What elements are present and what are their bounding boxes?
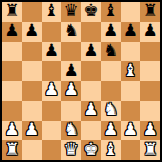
square-g3[interactable] [121, 101, 141, 121]
piece-black-bishop: ♝ [44, 2, 59, 19]
square-b5[interactable] [22, 61, 42, 81]
square-f5[interactable] [101, 61, 121, 81]
square-h7[interactable]: ♟ [140, 22, 160, 42]
piece-black-pawn: ♟ [64, 62, 79, 79]
square-c7[interactable] [42, 22, 62, 42]
piece-black-pawn: ♟ [103, 22, 118, 39]
square-c4[interactable]: ♟ [42, 81, 62, 101]
piece-white-knight: ♞ [103, 101, 118, 118]
piece-white-pawn: ♟ [83, 101, 98, 118]
piece-black-pawn: ♟ [24, 22, 39, 39]
square-f8[interactable]: ♝ [101, 2, 121, 22]
piece-white-queen: ♛ [64, 141, 79, 158]
piece-black-knight: ♞ [103, 42, 118, 59]
square-h1[interactable]: ♜ [140, 140, 160, 160]
piece-white-pawn: ♟ [123, 121, 138, 138]
square-e4[interactable] [81, 81, 101, 101]
square-d8[interactable]: ♛ [61, 2, 81, 22]
piece-white-pawn: ♟ [44, 81, 59, 98]
square-d3[interactable] [61, 101, 81, 121]
piece-black-pawn: ♟ [4, 22, 19, 39]
square-a5[interactable] [2, 61, 22, 81]
square-e6[interactable]: ♟ [81, 42, 101, 62]
piece-black-king: ♚ [83, 2, 98, 19]
square-g8[interactable] [121, 2, 141, 22]
piece-white-pawn: ♟ [24, 121, 39, 138]
piece-black-rook: ♜ [4, 2, 19, 19]
square-h2[interactable]: ♟ [140, 121, 160, 141]
square-h6[interactable] [140, 42, 160, 62]
square-b1[interactable] [22, 140, 42, 160]
piece-black-pawn: ♟ [83, 42, 98, 59]
piece-black-bishop: ♝ [103, 2, 118, 19]
piece-white-rook: ♜ [143, 141, 158, 158]
square-f6[interactable]: ♞ [101, 42, 121, 62]
piece-black-rook: ♜ [143, 2, 158, 19]
square-f2[interactable]: ♟ [101, 121, 121, 141]
square-a8[interactable]: ♜ [2, 2, 22, 22]
square-g7[interactable]: ♟ [121, 22, 141, 42]
square-e7[interactable] [81, 22, 101, 42]
square-g6[interactable] [121, 42, 141, 62]
piece-black-knight: ♞ [64, 22, 79, 39]
board-wrap: ♜♝♛♚♝♜♟♟♞♟♟♟♟♟♞♟♝♟♟♟♞♟♟♞♟♟♟♜♛♚♝♜ [0, 0, 162, 162]
square-f7[interactable]: ♟ [101, 22, 121, 42]
square-c8[interactable]: ♝ [42, 2, 62, 22]
square-a2[interactable]: ♟ [2, 121, 22, 141]
square-f3[interactable]: ♞ [101, 101, 121, 121]
square-d2[interactable]: ♞ [61, 121, 81, 141]
piece-white-bishop: ♝ [123, 62, 138, 79]
square-e2[interactable] [81, 121, 101, 141]
square-c6[interactable]: ♟ [42, 42, 62, 62]
square-b7[interactable]: ♟ [22, 22, 42, 42]
piece-white-pawn: ♟ [103, 121, 118, 138]
square-a7[interactable]: ♟ [2, 22, 22, 42]
square-e1[interactable]: ♚ [81, 140, 101, 160]
square-d7[interactable]: ♞ [61, 22, 81, 42]
square-h8[interactable]: ♜ [140, 2, 160, 22]
square-h3[interactable] [140, 101, 160, 121]
piece-white-pawn: ♟ [143, 121, 158, 138]
piece-black-queen: ♛ [64, 2, 79, 19]
square-h4[interactable] [140, 81, 160, 101]
square-g2[interactable]: ♟ [121, 121, 141, 141]
square-b8[interactable] [22, 2, 42, 22]
piece-white-king: ♚ [83, 141, 98, 158]
piece-black-pawn: ♟ [44, 42, 59, 59]
piece-white-pawn: ♟ [4, 121, 19, 138]
piece-white-pawn: ♟ [64, 81, 79, 98]
square-b2[interactable]: ♟ [22, 121, 42, 141]
square-d5[interactable]: ♟ [61, 61, 81, 81]
square-b4[interactable] [22, 81, 42, 101]
square-c5[interactable] [42, 61, 62, 81]
square-b3[interactable] [22, 101, 42, 121]
piece-black-pawn: ♟ [143, 22, 158, 39]
square-d4[interactable]: ♟ [61, 81, 81, 101]
square-h5[interactable] [140, 61, 160, 81]
square-b6[interactable] [22, 42, 42, 62]
square-a3[interactable] [2, 101, 22, 121]
square-a4[interactable] [2, 81, 22, 101]
square-e5[interactable] [81, 61, 101, 81]
square-e8[interactable]: ♚ [81, 2, 101, 22]
square-g4[interactable] [121, 81, 141, 101]
square-g1[interactable] [121, 140, 141, 160]
square-d1[interactable]: ♛ [61, 140, 81, 160]
square-a1[interactable]: ♜ [2, 140, 22, 160]
square-f4[interactable] [101, 81, 121, 101]
square-c3[interactable] [42, 101, 62, 121]
square-c1[interactable] [42, 140, 62, 160]
piece-white-bishop: ♝ [103, 141, 118, 158]
square-a6[interactable] [2, 42, 22, 62]
square-g5[interactable]: ♝ [121, 61, 141, 81]
square-f1[interactable]: ♝ [101, 140, 121, 160]
piece-white-knight: ♞ [64, 121, 79, 138]
chess-board: ♜♝♛♚♝♜♟♟♞♟♟♟♟♟♞♟♝♟♟♟♞♟♟♞♟♟♟♜♛♚♝♜ [0, 0, 162, 162]
piece-black-pawn: ♟ [123, 22, 138, 39]
square-e3[interactable]: ♟ [81, 101, 101, 121]
piece-white-rook: ♜ [4, 141, 19, 158]
square-c2[interactable] [42, 121, 62, 141]
square-d6[interactable] [61, 42, 81, 62]
